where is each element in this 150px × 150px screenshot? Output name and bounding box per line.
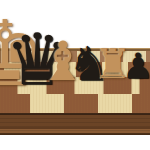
board-front-rail — [0, 113, 150, 135]
black-pawn-piece: ♟ — [122, 49, 150, 84]
chess-set-photo: ♚ ♛ ♝ ♞ ♜ ♟ — [0, 0, 150, 150]
